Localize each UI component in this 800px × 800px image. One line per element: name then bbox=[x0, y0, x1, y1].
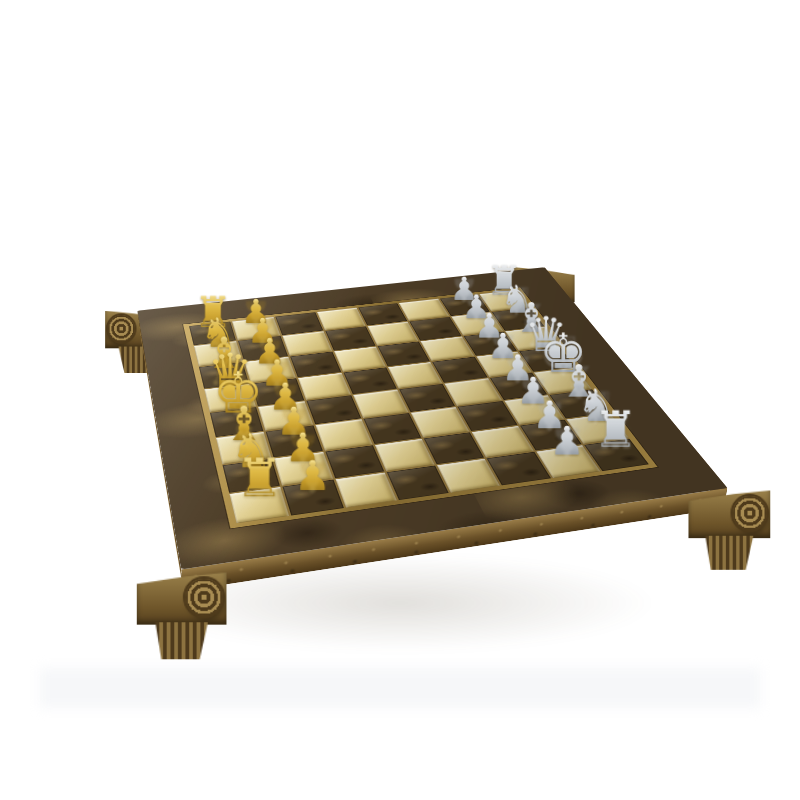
foot-scroll-icon bbox=[137, 572, 227, 624]
square-c5[interactable] bbox=[378, 341, 430, 366]
board-foot-left bbox=[102, 311, 174, 374]
square-e4[interactable] bbox=[353, 390, 409, 419]
piece-gold-rook[interactable]: ♜♜ bbox=[232, 433, 285, 505]
square-d6[interactable] bbox=[432, 357, 487, 383]
square-h3[interactable] bbox=[335, 472, 396, 507]
square-h7[interactable]: ♟♟ bbox=[536, 445, 600, 478]
piece-silver-pawn[interactable]: ♟♟ bbox=[542, 393, 592, 461]
square-h2[interactable]: ♟♟ bbox=[283, 480, 344, 516]
square-g4[interactable] bbox=[375, 439, 435, 471]
piece-reflection: ♜ bbox=[232, 452, 285, 505]
chess-board: ♜♜♟♟♟♟♜♜♞♞♟♟♟♟♞♞♝♝♟♟♟♟♝♝♛♛♟♟♟♟♛♛♚♚♟♟♟♟♚♚… bbox=[137, 267, 727, 569]
piece-reflection: ♟ bbox=[542, 422, 592, 461]
product-photo-scene: ♜♜♟♟♟♟♜♜♞♞♟♟♟♟♞♞♝♝♟♟♟♟♝♝♛♛♟♟♟♟♛♛♚♚♟♟♟♟♚♚… bbox=[0, 0, 800, 800]
foot-scroll-icon bbox=[688, 490, 770, 538]
square-h8[interactable]: ♜♜ bbox=[584, 439, 649, 471]
background-band bbox=[40, 668, 760, 708]
square-d5[interactable] bbox=[388, 362, 442, 388]
foot-scroll-icon bbox=[105, 311, 169, 349]
square-h1[interactable]: ♜♜ bbox=[229, 487, 289, 524]
square-h6[interactable] bbox=[487, 452, 551, 486]
foot-flutes bbox=[152, 622, 212, 659]
board-foot-right bbox=[684, 490, 775, 569]
board-grid: ♜♜♟♟♟♟♜♜♞♞♟♟♟♟♞♞♝♝♟♟♟♟♝♝♛♛♟♟♟♟♛♛♚♚♟♟♟♟♚♚… bbox=[189, 290, 649, 523]
brass-field-rim: ♜♜♟♟♟♟♜♜♞♞♟♟♟♟♞♞♝♝♟♟♟♟♝♝♛♛♟♟♟♟♛♛♚♚♟♟♟♟♚♚… bbox=[183, 287, 658, 528]
piece-gold-pawn[interactable]: ♟♟ bbox=[286, 426, 339, 497]
foot-flutes bbox=[116, 347, 159, 374]
square-g6[interactable] bbox=[472, 426, 533, 457]
foot-flutes bbox=[702, 536, 756, 570]
square-b5[interactable] bbox=[368, 322, 419, 346]
board-foot-front bbox=[132, 572, 232, 659]
piece-reflection: ♟ bbox=[286, 456, 339, 497]
square-a4[interactable] bbox=[317, 308, 366, 331]
square-a6[interactable] bbox=[399, 299, 449, 321]
piece-silver-rook[interactable]: ♜♜ bbox=[591, 387, 641, 454]
square-b6[interactable] bbox=[410, 317, 461, 340]
piece-reflection: ♜ bbox=[591, 404, 641, 454]
